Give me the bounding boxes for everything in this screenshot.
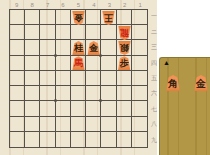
square-7四[interactable] xyxy=(40,56,55,71)
square-3七[interactable] xyxy=(101,101,116,116)
square-5九[interactable] xyxy=(71,132,86,147)
square-1六[interactable] xyxy=(132,86,147,101)
rank-label-2: 二 xyxy=(150,24,158,39)
rank-label-3: 三 xyxy=(150,40,158,55)
rank-label-5: 五 xyxy=(150,71,158,86)
square-7二[interactable] xyxy=(40,25,55,40)
file-label-4: 4 xyxy=(86,1,101,9)
square-9九[interactable] xyxy=(10,132,25,147)
square-4七[interactable] xyxy=(86,101,101,116)
square-4九[interactable] xyxy=(86,132,101,147)
square-4一[interactable] xyxy=(86,10,101,25)
file-label-6: 6 xyxy=(55,1,70,9)
rank-label-8: 八 xyxy=(150,117,158,132)
rank-label-1: 一 xyxy=(150,9,158,24)
shogi-diagram: 987654321 一二三四五六七八九 金王龍桂金銀馬歩 ▲ 角金 xyxy=(0,0,210,155)
square-3九[interactable] xyxy=(101,132,116,147)
square-5五[interactable] xyxy=(71,71,86,86)
square-6四[interactable] xyxy=(56,56,71,71)
piece-kanji: 歩 xyxy=(120,57,129,70)
square-2一[interactable] xyxy=(117,10,132,25)
square-8七[interactable] xyxy=(25,101,40,116)
hand-piece-gold[interactable]: 金 xyxy=(194,75,208,91)
square-7五[interactable] xyxy=(40,71,55,86)
square-9五[interactable] xyxy=(10,71,25,86)
piece-kanji: 龍 xyxy=(120,26,129,39)
file-label-1: 1 xyxy=(133,1,148,9)
piece-kanji: 銀 xyxy=(120,41,129,54)
file-label-9: 9 xyxy=(9,1,24,9)
square-1二[interactable] xyxy=(132,25,147,40)
square-1一[interactable] xyxy=(132,10,147,25)
file-label-2: 2 xyxy=(117,1,132,9)
square-1五[interactable] xyxy=(132,71,147,86)
pieces-in-hand: 角金 xyxy=(166,75,208,93)
square-4五[interactable] xyxy=(86,71,101,86)
square-2九[interactable] xyxy=(117,132,132,147)
square-7八[interactable] xyxy=(40,117,55,132)
square-4八[interactable] xyxy=(86,117,101,132)
square-9三[interactable] xyxy=(10,40,25,55)
square-2六[interactable] xyxy=(117,86,132,101)
square-6三[interactable] xyxy=(56,40,71,55)
rank-label-4: 四 xyxy=(150,55,158,70)
shogi-board-panel: 987654321 一二三四五六七八九 金王龍桂金銀馬歩 xyxy=(0,0,157,155)
square-1九[interactable] xyxy=(132,132,147,147)
piece-kanji: 金 xyxy=(89,42,98,55)
square-9七[interactable] xyxy=(10,101,25,116)
square-2五[interactable] xyxy=(117,71,132,86)
square-8八[interactable] xyxy=(25,117,40,132)
square-8九[interactable] xyxy=(25,132,40,147)
square-5八[interactable] xyxy=(71,117,86,132)
square-9二[interactable] xyxy=(10,25,25,40)
square-8五[interactable] xyxy=(25,71,40,86)
rank-label-9: 九 xyxy=(150,133,158,148)
rank-coordinate-labels: 一二三四五六七八九 xyxy=(150,9,158,148)
square-8四[interactable] xyxy=(25,56,40,71)
square-6七[interactable] xyxy=(56,101,71,116)
star-point xyxy=(99,99,102,102)
square-2八[interactable] xyxy=(117,117,132,132)
square-3八[interactable] xyxy=(101,117,116,132)
square-9八[interactable] xyxy=(10,117,25,132)
piece-kanji: 馬 xyxy=(74,57,83,70)
piece-kanji: 金 xyxy=(74,11,83,24)
square-1三[interactable] xyxy=(132,40,147,55)
square-9四[interactable] xyxy=(10,56,25,71)
square-5二[interactable] xyxy=(71,25,86,40)
rank-label-7: 七 xyxy=(150,102,158,117)
piece-kanji: 王 xyxy=(104,11,113,24)
square-1七[interactable] xyxy=(132,101,147,116)
star-point xyxy=(54,54,57,57)
square-5六[interactable] xyxy=(71,86,86,101)
square-2七[interactable] xyxy=(117,101,132,116)
star-point xyxy=(54,99,57,102)
hand-piece-bishop[interactable]: 角 xyxy=(166,75,180,91)
square-6六[interactable] xyxy=(56,86,71,101)
square-1四[interactable] xyxy=(132,56,147,71)
file-label-5: 5 xyxy=(71,1,86,9)
square-4四[interactable] xyxy=(86,56,101,71)
square-7九[interactable] xyxy=(40,132,55,147)
shogi-board[interactable]: 金王龍桂金銀馬歩 xyxy=(9,9,148,148)
square-8二[interactable] xyxy=(25,25,40,40)
komadai-piece-stand: ▲ 角金 xyxy=(159,57,210,155)
file-label-3: 3 xyxy=(102,1,117,9)
star-point xyxy=(99,54,102,57)
piece-kanji: 角 xyxy=(168,76,178,91)
square-8六[interactable] xyxy=(25,86,40,101)
file-label-7: 7 xyxy=(40,1,55,9)
square-6九[interactable] xyxy=(56,132,71,147)
file-label-8: 8 xyxy=(24,1,39,9)
square-8三[interactable] xyxy=(25,40,40,55)
square-4二[interactable] xyxy=(86,25,101,40)
piece-kanji: 桂 xyxy=(74,42,83,55)
square-3二[interactable] xyxy=(101,25,116,40)
square-6五[interactable] xyxy=(56,71,71,86)
square-6八[interactable] xyxy=(56,117,71,132)
file-coordinate-labels: 987654321 xyxy=(9,1,148,9)
square-3五[interactable] xyxy=(101,71,116,86)
square-8一[interactable] xyxy=(25,10,40,25)
square-9一[interactable] xyxy=(10,10,25,25)
square-3四[interactable] xyxy=(101,56,116,71)
square-6一[interactable] xyxy=(56,10,71,25)
piece-kanji: 金 xyxy=(196,76,206,91)
square-3三[interactable] xyxy=(101,40,116,55)
square-6二[interactable] xyxy=(56,25,71,40)
square-3六[interactable] xyxy=(101,86,116,101)
sente-turn-marker: ▲ xyxy=(163,59,170,67)
square-9六[interactable] xyxy=(10,86,25,101)
square-7七[interactable] xyxy=(40,101,55,116)
square-5七[interactable] xyxy=(71,101,86,116)
square-1八[interactable] xyxy=(132,117,147,132)
rank-label-6: 六 xyxy=(150,86,158,101)
square-7一[interactable] xyxy=(40,10,55,25)
